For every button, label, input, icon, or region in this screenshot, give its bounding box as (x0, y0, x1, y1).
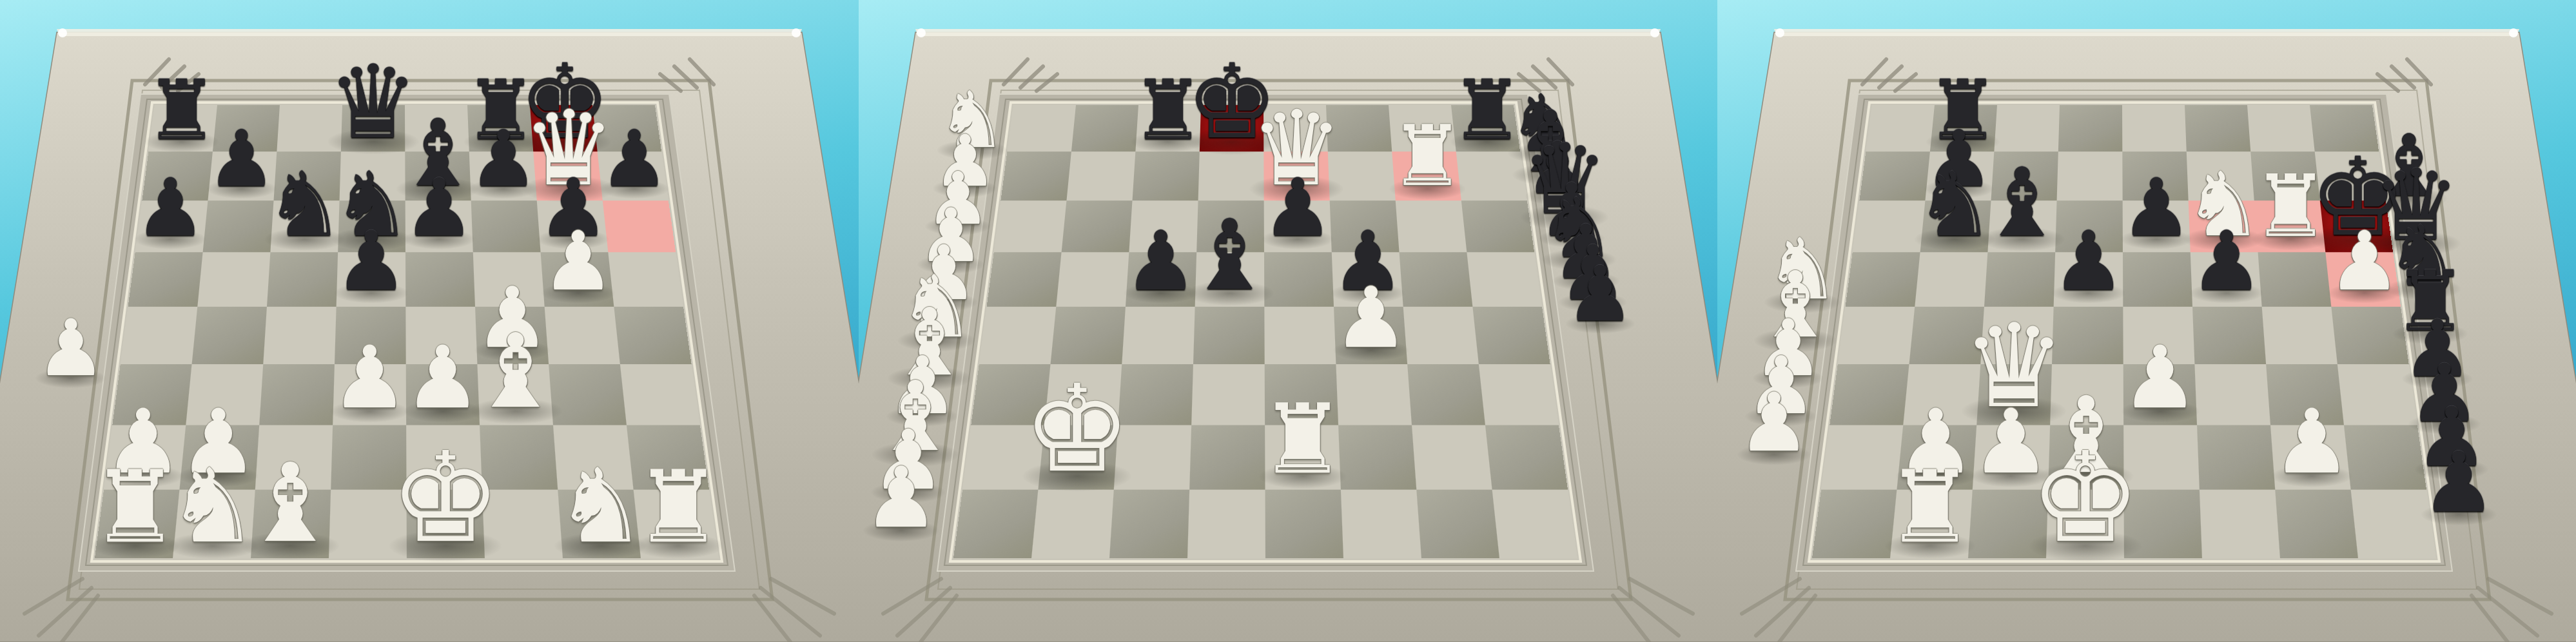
square-h4[interactable] (614, 307, 691, 364)
square-g2[interactable] (1412, 425, 1492, 490)
square-d7[interactable] (2057, 151, 2123, 200)
white-rook-b1[interactable]: ♜ (1886, 458, 1975, 557)
table-corner-glint (1775, 28, 1784, 37)
square-e5[interactable] (405, 252, 475, 306)
captured-white-pawn-left-tray: ♟ (864, 456, 939, 540)
square-h3[interactable] (620, 364, 700, 425)
white-king-d1[interactable]: ♚ (2029, 435, 2141, 559)
square-a5[interactable] (1846, 252, 1920, 306)
chess-titans-screenshot: ♜♛♜♚♟♝♟♛♟♟♞♞♟♟♟♟♟♟♟♟♝♟♟♜♞♝♚♞♜ ♜♚♜♞♞♝♟♛♜♟… (0, 0, 2576, 642)
square-f3[interactable] (1336, 364, 1412, 425)
black-pawn-f5[interactable]: ♟ (2190, 221, 2263, 302)
square-g4[interactable] (2262, 307, 2337, 364)
captured-black-pawn-right-tray: ♟ (2421, 441, 2496, 524)
white-pawn-d3[interactable]: ♟ (331, 335, 408, 421)
square-d1[interactable] (1187, 490, 1265, 558)
square-f1[interactable] (1341, 490, 1421, 558)
board-panel-2: ♜♚♜♞♞♝♟♛♜♟♛♟♟♟♞♟♟♟♝♟♟♟♟♞♟♝♟♝♚♜♟♟ (859, 0, 1717, 642)
square-e5[interactable] (1264, 252, 1334, 306)
square-h2[interactable] (1485, 425, 1568, 490)
square-b6[interactable] (1062, 200, 1133, 252)
square-f8[interactable] (2185, 105, 2250, 151)
black-pawn-a6[interactable]: ♟ (135, 170, 206, 249)
square-h4[interactable] (1472, 307, 1550, 364)
board-panel-3: ♜♟♝♞♝♟♞♜♚♛♞♟♟♟♞♜♝♟♟♛♟♟♟♟♟♟♟♝♟♟♜♚ (1717, 0, 2576, 642)
square-g1[interactable] (2275, 490, 2358, 558)
square-b4[interactable] (192, 307, 267, 364)
square-a4[interactable] (979, 307, 1056, 364)
square-g4[interactable] (1403, 307, 1479, 364)
square-b1[interactable] (1031, 490, 1114, 558)
square-e5[interactable] (2123, 252, 2192, 306)
square-d8[interactable] (2058, 105, 2122, 151)
white-knight-g1[interactable]: ♞ (555, 455, 647, 558)
square-h3[interactable] (1479, 364, 1559, 425)
white-rook-g7[interactable]: ♜ (1390, 115, 1465, 199)
table-corner-glint (792, 28, 801, 37)
table-edge-highlight (915, 29, 1661, 36)
white-bishop-f3[interactable]: ♝ (470, 320, 561, 423)
square-d4[interactable] (1193, 307, 1265, 364)
white-pawn-h5[interactable]: ♟ (2328, 221, 2401, 302)
square-c8[interactable] (1994, 105, 2060, 151)
white-pawn-g2[interactable]: ♟ (2272, 398, 2352, 487)
square-a5[interactable] (987, 252, 1062, 306)
table-corner-glint (1650, 28, 1659, 37)
square-a7[interactable] (1000, 151, 1071, 200)
black-pawn-e6[interactable]: ♟ (2121, 170, 2192, 249)
square-b5[interactable] (197, 252, 270, 306)
square-f3[interactable] (2194, 364, 2270, 425)
square-e1[interactable] (1265, 490, 1343, 558)
square-a4[interactable] (121, 307, 197, 364)
white-rook-e2[interactable]: ♜ (1260, 391, 1346, 487)
square-c4[interactable] (1122, 307, 1195, 364)
table-edge-highlight (1774, 29, 2519, 36)
square-f4[interactable] (2192, 307, 2266, 364)
square-a1[interactable] (1812, 490, 1897, 558)
captured-white-pawn-left-tray: ♟ (1738, 383, 1810, 463)
square-e8[interactable] (2122, 105, 2187, 151)
square-d2[interactable] (1189, 425, 1265, 490)
square-f1[interactable] (2200, 490, 2280, 558)
square-f2[interactable] (1338, 425, 1416, 490)
square-g5[interactable] (2258, 252, 2332, 306)
black-pawn-e6[interactable]: ♟ (404, 170, 474, 249)
white-king-b2[interactable]: ♚ (1023, 369, 1131, 490)
square-a6[interactable] (994, 200, 1067, 252)
table-corner-glint (58, 28, 67, 37)
square-g8[interactable] (2247, 105, 2315, 151)
white-pawn-g5[interactable]: ♟ (542, 221, 614, 302)
black-bishop-d5[interactable]: ♝ (1187, 208, 1273, 304)
white-bishop-c1[interactable]: ♝ (242, 449, 339, 558)
square-e4[interactable] (1264, 307, 1336, 364)
square-b6[interactable] (203, 200, 274, 252)
square-d3[interactable] (1191, 364, 1265, 425)
square-b7[interactable] (1066, 151, 1135, 200)
black-pawn-h7[interactable]: ♟ (600, 121, 668, 198)
captured-black-pawn-right-tray: ♟ (1566, 257, 1634, 333)
black-pawn-d5[interactable]: ♟ (335, 221, 407, 302)
square-h1[interactable] (1492, 490, 1577, 558)
square-g5[interactable] (1400, 252, 1473, 306)
square-h5[interactable] (1467, 252, 1542, 306)
black-pawn-d5[interactable]: ♟ (2052, 221, 2125, 302)
table-edge-highlight (57, 29, 802, 36)
square-c4[interactable] (263, 307, 336, 364)
square-a1[interactable] (953, 490, 1038, 558)
square-a8[interactable] (1007, 105, 1076, 151)
square-c5[interactable] (267, 252, 338, 306)
square-c1[interactable] (1109, 490, 1189, 558)
square-b4[interactable] (1051, 307, 1126, 364)
square-a5[interactable] (128, 252, 203, 306)
square-a6[interactable] (1853, 200, 1926, 252)
square-h5[interactable] (608, 252, 683, 306)
square-c3[interactable] (259, 364, 335, 425)
square-b5[interactable] (1056, 252, 1129, 306)
white-pawn-f4[interactable]: ♟ (1334, 277, 1409, 360)
board-panel-1: ♜♛♜♚♟♝♟♛♟♟♞♞♟♟♟♟♟♟♟♟♝♟♟♜♞♝♚♞♜ (0, 0, 859, 642)
captured-white-pawn-left-tray: ♟ (36, 309, 106, 387)
table-corner-glint (2509, 28, 2518, 37)
square-g3[interactable] (1407, 364, 1485, 425)
square-b8[interactable] (1071, 105, 1138, 151)
square-a4[interactable] (1838, 307, 1915, 364)
white-king-e1[interactable]: ♚ (390, 435, 502, 559)
table-corner-glint (917, 28, 926, 37)
square-g1[interactable] (1416, 490, 1499, 558)
square-f2[interactable] (2197, 425, 2275, 490)
white-rook-h1[interactable]: ♜ (634, 458, 723, 557)
square-g6[interactable] (1396, 200, 1467, 252)
